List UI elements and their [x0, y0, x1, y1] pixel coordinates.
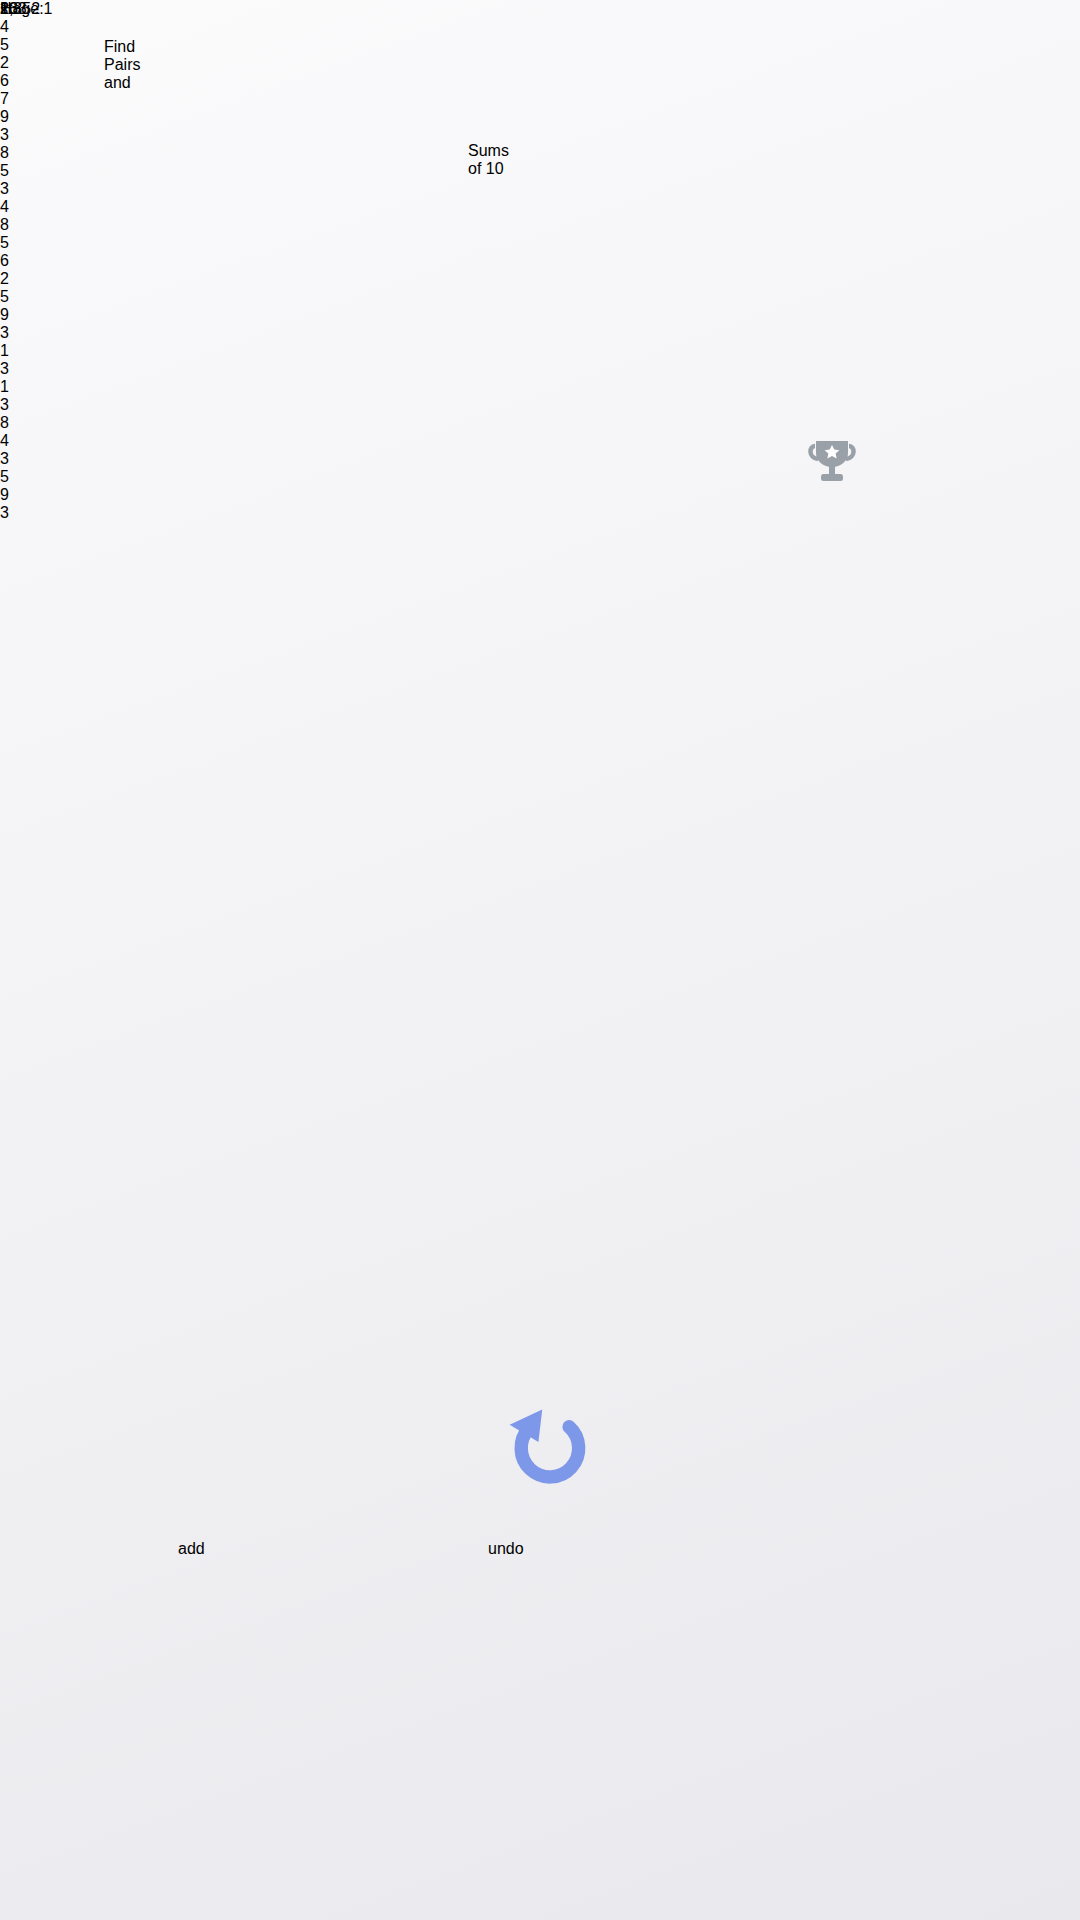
grid-cell[interactable]: 3 [0, 396, 9, 414]
undo-button-label: undo [488, 1540, 608, 1558]
grid-cell[interactable]: 8 [0, 144, 9, 162]
grid-cell[interactable]: 2 [0, 54, 9, 72]
grid-cell[interactable]: 5 [0, 288, 9, 306]
grid-cell[interactable]: 5 [0, 162, 9, 180]
grid-cell[interactable]: 3 [0, 126, 9, 144]
grid-cell[interactable]: 5 [0, 234, 9, 252]
grid-cell[interactable]: 4 [0, 432, 9, 450]
hint-count-badge: 23 [0, 0, 18, 18]
grid-cell[interactable]: 6 [0, 252, 9, 270]
undo-icon [502, 1398, 594, 1490]
grid-cell[interactable]: 4 [0, 198, 9, 216]
grid-cell[interactable]: 9 [0, 486, 9, 504]
grid-cell[interactable]: 4 [0, 18, 9, 36]
grid-cell[interactable]: 8 [0, 414, 9, 432]
grid-cell[interactable]: 3 [0, 180, 9, 198]
trophy-icon [808, 438, 856, 484]
app-store-screenshot: 1,352 stage:1 263 1452679385348562593131… [0, 0, 1080, 1920]
grid-cell[interactable]: 3 [0, 504, 9, 522]
banner-line-2: Sums of 10 [468, 142, 509, 178]
grid-cell[interactable]: 5 [0, 36, 9, 54]
add-button-label: add [178, 1540, 298, 1558]
grid-cell[interactable]: 2 [0, 270, 9, 288]
number-grid: 14526793853485625931313843593 [0, 0, 9, 522]
grid-cell[interactable]: 3 [0, 324, 9, 342]
grid-cell[interactable]: 6 [0, 72, 9, 90]
grid-cell[interactable]: 7 [0, 90, 9, 108]
grid-cell[interactable]: 1 [0, 378, 9, 396]
grid-cell[interactable]: 3 [0, 450, 9, 468]
grid-cell[interactable]: 3 [0, 360, 9, 378]
grid-cell[interactable]: 9 [0, 108, 9, 126]
grid-cell[interactable]: 9 [0, 306, 9, 324]
banner-line-1: Find Pairs and [104, 38, 140, 92]
grid-cell[interactable]: 1 [0, 342, 9, 360]
grid-cell[interactable]: 8 [0, 216, 9, 234]
grid-cell[interactable]: 5 [0, 468, 9, 486]
kraft-notebook [150, 0, 500, 130]
